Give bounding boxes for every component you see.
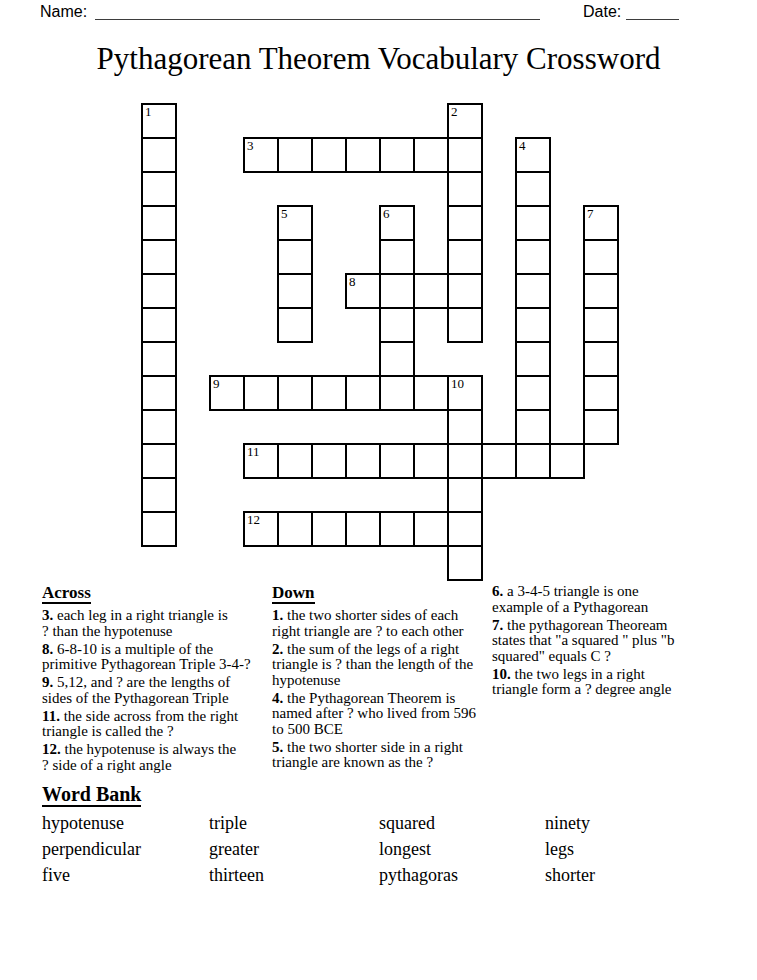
grid-cell-r12c5[interactable]	[311, 511, 347, 547]
grid-cell-r4c9[interactable]	[447, 239, 483, 275]
grid-cell-r3c9[interactable]	[447, 205, 483, 241]
clue-line: hypotenuse	[272, 673, 512, 689]
grid-cell-r2c0[interactable]	[141, 171, 177, 207]
cell-number-5: 5	[281, 207, 288, 221]
grid-cell-r4c0[interactable]	[141, 239, 177, 275]
down-clues-column: Down 1. the two shorter sides of eachrig…	[272, 584, 512, 773]
grid-cell-r3c11[interactable]	[515, 205, 551, 241]
grid-cell-r8c9[interactable]: 10	[447, 375, 483, 411]
clue-8-across: 8. 6-8-10 is a multiple of theprimitive …	[42, 642, 290, 673]
grid-cell-r10c4[interactable]	[277, 443, 313, 479]
grid-cell-r10c0[interactable]	[141, 443, 177, 479]
clue-7-down: 7. the pythagorean Theoreamstates that "…	[492, 618, 747, 665]
clue-10-down: 10. the two legs in a righttriangle form…	[492, 667, 747, 698]
word-bank-word-five: five	[42, 864, 209, 886]
clue-line: 7. the pythagorean Theoream	[492, 618, 747, 634]
clue-line: 4. the Pythagorean Theorem is	[272, 691, 512, 707]
grid-cell-r1c8[interactable]	[413, 137, 449, 173]
grid-cell-r1c0[interactable]	[141, 137, 177, 173]
grid-cell-r1c3[interactable]: 3	[243, 137, 279, 173]
grid-cell-r12c4[interactable]	[277, 511, 313, 547]
down-clues-continued-list: 6. a 3-4-5 triangle is oneexample of a P…	[492, 584, 747, 698]
clue-4-down: 4. the Pythagorean Theorem isnamed after…	[272, 691, 512, 738]
clue-number: 10.	[492, 666, 511, 682]
word-bank-word-perpendicular: perpendicular	[42, 838, 209, 860]
word-bank-heading: Word Bank	[42, 783, 732, 806]
grid-cell-r10c10[interactable]	[481, 443, 517, 479]
word-bank-word-shorter: shorter	[545, 864, 732, 886]
grid-cell-r12c7[interactable]	[379, 511, 415, 547]
grid-cell-r6c11[interactable]	[515, 307, 551, 343]
grid-cell-r10c12[interactable]	[549, 443, 585, 479]
clue-line: sides of the Pythagorean Triple	[42, 691, 290, 707]
grid-cell-r5c6[interactable]: 8	[345, 273, 381, 309]
grid-cell-r1c4[interactable]	[277, 137, 313, 173]
clue-11-across: 11. the side across from the righttriang…	[42, 709, 290, 740]
clue-number: 3.	[42, 607, 53, 623]
cell-number-2: 2	[451, 105, 458, 119]
cell-number-6: 6	[383, 207, 390, 221]
grid-cell-r10c11[interactable]	[515, 443, 551, 479]
down-clues-continued-column: 6. a 3-4-5 triangle is oneexample of a P…	[492, 584, 747, 700]
grid-cell-r8c13[interactable]	[583, 375, 619, 411]
clue-line: 9. 5,12, and ? are the lengths of	[42, 675, 290, 691]
grid-cell-r6c0[interactable]	[141, 307, 177, 343]
grid-cell-r8c8[interactable]	[413, 375, 449, 411]
grid-cell-r10c5[interactable]	[311, 443, 347, 479]
grid-cell-r3c13[interactable]: 7	[583, 205, 619, 241]
down-heading: Down	[272, 584, 512, 602]
clue-number: 12.	[42, 741, 61, 757]
grid-cell-r2c11[interactable]	[515, 171, 551, 207]
clue-number: 8.	[42, 641, 53, 657]
grid-cell-r11c0[interactable]	[141, 477, 177, 513]
clue-6-down: 6. a 3-4-5 triangle is oneexample of a P…	[492, 584, 747, 615]
grid-cell-r5c9[interactable]	[447, 273, 483, 309]
worksheet-page: Name: Date: Pythagorean Theorem Vocabula…	[0, 0, 757, 980]
grid-cell-r5c0[interactable]	[141, 273, 177, 309]
grid-cell-r1c6[interactable]	[345, 137, 381, 173]
clue-line: 5. the two shorter side in a right	[272, 740, 512, 756]
grid-cell-r12c8[interactable]	[413, 511, 449, 547]
grid-cell-r7c13[interactable]	[583, 341, 619, 377]
grid-cell-r5c8[interactable]	[413, 273, 449, 309]
grid-cell-r12c0[interactable]	[141, 511, 177, 547]
across-clues-list: 3. each leg in a right triangle is? than…	[42, 608, 290, 773]
clue-line: 1. the two shorter sides of each	[272, 608, 512, 624]
grid-cell-r8c6[interactable]	[345, 375, 381, 411]
cell-number-10: 10	[451, 377, 464, 391]
grid-cell-r12c6[interactable]	[345, 511, 381, 547]
grid-cell-r10c6[interactable]	[345, 443, 381, 479]
grid-cell-r8c2[interactable]: 9	[209, 375, 245, 411]
grid-cell-r10c8[interactable]	[413, 443, 449, 479]
grid-cell-r10c7[interactable]	[379, 443, 415, 479]
clue-line: ? side of a right angle	[42, 758, 290, 774]
word-bank-words: hypotenusetriplesquaredninetyperpendicul…	[42, 812, 732, 886]
word-bank-word-greater: greater	[209, 838, 379, 860]
cell-number-3: 3	[247, 139, 254, 153]
clue-12-across: 12. the hypotenuse is always the? side o…	[42, 742, 290, 773]
word-bank-word-squared: squared	[379, 812, 545, 834]
word-bank-heading-text: Word Bank	[42, 783, 141, 807]
across-clues-column: Across 3. each leg in a right triangle i…	[42, 584, 290, 776]
grid-cell-r4c13[interactable]	[583, 239, 619, 275]
grid-cell-r8c4[interactable]	[277, 375, 313, 411]
cell-number-12: 12	[247, 513, 260, 527]
clue-line: 8. 6-8-10 is a multiple of the	[42, 642, 290, 658]
clue-number: 2.	[272, 641, 283, 657]
grid-cell-r1c5[interactable]	[311, 137, 347, 173]
cell-number-7: 7	[587, 207, 594, 221]
grid-cell-r0c0[interactable]: 1	[141, 103, 177, 139]
grid-cell-r0c9[interactable]: 2	[447, 103, 483, 139]
grid-cell-r5c7[interactable]	[379, 273, 415, 309]
word-bank-word-longest: longest	[379, 838, 545, 860]
grid-cell-r10c9[interactable]	[447, 443, 483, 479]
grid-cell-r9c11[interactable]	[515, 409, 551, 445]
down-heading-text: Down	[272, 583, 315, 604]
grid-cell-r6c13[interactable]	[583, 307, 619, 343]
grid-cell-r9c0[interactable]	[141, 409, 177, 445]
word-bank-word-hypotenuse: hypotenuse	[42, 812, 209, 834]
clue-line: to 500 BCE	[272, 722, 512, 738]
clue-1-down: 1. the two shorter sides of eachright tr…	[272, 608, 512, 639]
grid-cell-r3c7[interactable]: 6	[379, 205, 415, 241]
clue-line: squared" equals C ?	[492, 649, 747, 665]
clue-number: 7.	[492, 617, 503, 633]
cell-number-11: 11	[247, 445, 260, 459]
clue-3-across: 3. each leg in a right triangle is? than…	[42, 608, 290, 639]
grid-cell-r4c4[interactable]	[277, 239, 313, 275]
word-bank-word-triple: triple	[209, 812, 379, 834]
grid-cell-r7c0[interactable]	[141, 341, 177, 377]
grid-cell-r5c4[interactable]	[277, 273, 313, 309]
name-label: Name:	[40, 3, 87, 21]
grid-cell-r12c9[interactable]	[447, 511, 483, 547]
cell-number-8: 8	[349, 275, 356, 289]
grid-cell-r6c7[interactable]	[379, 307, 415, 343]
grid-cell-r1c9[interactable]	[447, 137, 483, 173]
grid-cell-r7c7[interactable]	[379, 341, 415, 377]
clue-line: 11. the side across from the right	[42, 709, 290, 725]
clue-line: 3. each leg in a right triangle is	[42, 608, 290, 624]
grid-cell-r8c5[interactable]	[311, 375, 347, 411]
grid-cell-r3c0[interactable]	[141, 205, 177, 241]
clue-line: 2. the sum of the legs of a right	[272, 642, 512, 658]
clue-2-down: 2. the sum of the legs of a righttriangl…	[272, 642, 512, 689]
grid-cell-r13c9[interactable]	[447, 545, 483, 581]
grid-cell-r10c3[interactable]: 11	[243, 443, 279, 479]
page-title: Pythagorean Theorem Vocabulary Crossword	[0, 41, 757, 77]
across-heading-text: Across	[42, 583, 91, 604]
word-bank-word-thirteen: thirteen	[209, 864, 379, 886]
grid-cell-r1c11[interactable]: 4	[515, 137, 551, 173]
word-bank-word-legs: legs	[545, 838, 732, 860]
clue-number: 9.	[42, 674, 53, 690]
cell-number-9: 9	[213, 377, 220, 391]
clue-number: 11.	[42, 708, 60, 724]
grid-cell-r9c9[interactable]	[447, 409, 483, 445]
grid-cell-r9c13[interactable]	[583, 409, 619, 445]
grid-cell-r5c13[interactable]	[583, 273, 619, 309]
name-blank-line[interactable]	[95, 3, 540, 20]
clue-line: triangle are known as the ?	[272, 755, 512, 771]
clue-line: triangle is called the ?	[42, 724, 290, 740]
clue-line: triangle form a ? degree angle	[492, 682, 747, 698]
cell-number-1: 1	[145, 105, 152, 119]
clue-5-down: 5. the two shorter side in a righttriang…	[272, 740, 512, 771]
grid-cell-r6c4[interactable]	[277, 307, 313, 343]
across-heading: Across	[42, 584, 290, 602]
clue-line: example of a Pythagorean	[492, 600, 747, 616]
grid-cell-r8c7[interactable]	[379, 375, 415, 411]
clue-number: 5.	[272, 739, 283, 755]
clue-line: primitive Pythagorean Triple 3-4-?	[42, 657, 290, 673]
clue-line: 12. the hypotenuse is always the	[42, 742, 290, 758]
grid-cell-r2c9[interactable]	[447, 171, 483, 207]
clue-line: states that "a squared " plus "b	[492, 633, 747, 649]
word-bank: Word Bank hypotenusetriplesquaredninetyp…	[42, 783, 732, 886]
word-bank-word-ninety: ninety	[545, 812, 732, 834]
grid-cell-r6c9[interactable]	[447, 307, 483, 343]
clue-number: 6.	[492, 583, 503, 599]
grid-cell-r8c11[interactable]	[515, 375, 551, 411]
grid-cell-r12c3[interactable]: 12	[243, 511, 279, 547]
clue-line: right triangle are ? to each other	[272, 624, 512, 640]
date-blank-line[interactable]	[626, 3, 679, 20]
grid-cell-r4c11[interactable]	[515, 239, 551, 275]
date-label: Date:	[583, 3, 621, 21]
word-bank-word-pythagoras: pythagoras	[379, 864, 545, 886]
grid-cell-r8c0[interactable]	[141, 375, 177, 411]
grid-cell-r3c4[interactable]: 5	[277, 205, 313, 241]
clue-line: named after ? who lived from 596	[272, 706, 512, 722]
grid-cell-r4c7[interactable]	[379, 239, 415, 275]
clue-number: 1.	[272, 607, 283, 623]
grid-cell-r5c11[interactable]	[515, 273, 551, 309]
grid-cell-r11c9[interactable]	[447, 477, 483, 513]
cell-number-4: 4	[519, 139, 526, 153]
grid-cell-r1c7[interactable]	[379, 137, 415, 173]
grid-cell-r7c11[interactable]	[515, 341, 551, 377]
grid-cell-r8c3[interactable]	[243, 375, 279, 411]
clue-9-across: 9. 5,12, and ? are the lengths ofsides o…	[42, 675, 290, 706]
clue-line: 6. a 3-4-5 triangle is one	[492, 584, 747, 600]
down-clues-list: 1. the two shorter sides of eachright tr…	[272, 608, 512, 771]
clue-number: 4.	[272, 690, 283, 706]
clue-line: ? than the hypotenuse	[42, 624, 290, 640]
clue-line: 10. the two legs in a right	[492, 667, 747, 683]
clue-line: triangle is ? than the length of the	[272, 657, 512, 673]
crossword-grid: 123456789101112	[141, 103, 620, 582]
